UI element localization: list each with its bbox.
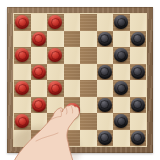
square-r6c4[interactable] <box>80 113 97 130</box>
square-r4c5[interactable] <box>97 80 114 97</box>
square-r2c7[interactable] <box>130 47 147 64</box>
black-piece[interactable] <box>114 48 128 62</box>
square-r3c0[interactable] <box>14 64 31 81</box>
square-r6c1[interactable] <box>31 113 48 130</box>
square-r7c0[interactable] <box>14 130 31 147</box>
checkers-board <box>13 13 147 147</box>
square-r3c2[interactable] <box>47 64 64 81</box>
square-r0c2[interactable] <box>47 14 64 31</box>
square-r1c2[interactable] <box>47 31 64 48</box>
black-piece[interactable] <box>131 131 145 145</box>
square-r1c6[interactable] <box>113 31 130 48</box>
square-r6c6[interactable] <box>113 113 130 130</box>
held-red-piece[interactable] <box>65 103 80 118</box>
black-piece[interactable] <box>98 131 112 145</box>
red-piece[interactable] <box>15 81 29 95</box>
square-r2c0[interactable] <box>14 47 31 64</box>
square-r4c0[interactable] <box>14 80 31 97</box>
square-r0c5[interactable] <box>97 14 114 31</box>
square-r1c3[interactable] <box>64 31 81 48</box>
black-piece[interactable] <box>98 98 112 112</box>
square-r6c5[interactable] <box>97 113 114 130</box>
black-piece[interactable] <box>114 114 128 128</box>
square-r1c5[interactable] <box>97 31 114 48</box>
square-r5c1[interactable] <box>31 97 48 114</box>
square-r7c5[interactable] <box>97 130 114 147</box>
red-piece[interactable] <box>32 32 46 46</box>
red-piece[interactable] <box>15 48 29 62</box>
red-piece[interactable] <box>48 48 62 62</box>
square-r4c4[interactable] <box>80 80 97 97</box>
square-r7c2[interactable] <box>47 130 64 147</box>
square-r3c3[interactable] <box>64 64 81 81</box>
square-r5c5[interactable] <box>97 97 114 114</box>
square-r1c0[interactable] <box>14 31 31 48</box>
square-r7c6[interactable] <box>113 130 130 147</box>
square-r4c6[interactable] <box>113 80 130 97</box>
red-piece[interactable] <box>15 114 29 128</box>
square-r3c7[interactable] <box>130 64 147 81</box>
square-r3c6[interactable] <box>113 64 130 81</box>
square-r4c1[interactable] <box>31 80 48 97</box>
red-piece[interactable] <box>32 65 46 79</box>
product-photo-canvas: { "game": "checkers", "scene": { "descri… <box>0 0 160 160</box>
square-r0c3[interactable] <box>64 14 81 31</box>
red-piece[interactable] <box>48 15 62 29</box>
square-r4c3[interactable] <box>64 80 81 97</box>
square-r2c5[interactable] <box>97 47 114 64</box>
square-r7c7[interactable] <box>130 130 147 147</box>
square-r7c1[interactable] <box>31 130 48 147</box>
square-r7c4[interactable] <box>80 130 97 147</box>
square-r3c1[interactable] <box>31 64 48 81</box>
square-r5c0[interactable] <box>14 97 31 114</box>
black-piece[interactable] <box>114 81 128 95</box>
square-r1c4[interactable] <box>80 31 97 48</box>
square-r5c6[interactable] <box>113 97 130 114</box>
square-r1c1[interactable] <box>31 31 48 48</box>
square-r0c4[interactable] <box>80 14 97 31</box>
black-piece[interactable] <box>131 98 145 112</box>
black-piece[interactable] <box>131 65 145 79</box>
square-r7c3[interactable] <box>64 130 81 147</box>
square-r5c4[interactable] <box>80 97 97 114</box>
square-r0c0[interactable] <box>14 14 31 31</box>
square-r0c1[interactable] <box>31 14 48 31</box>
black-piece[interactable] <box>114 15 128 29</box>
square-r4c2[interactable] <box>47 80 64 97</box>
red-piece[interactable] <box>48 81 62 95</box>
square-r6c0[interactable] <box>14 113 31 130</box>
board-frame <box>7 7 153 153</box>
square-r6c2[interactable] <box>47 113 64 130</box>
square-r3c5[interactable] <box>97 64 114 81</box>
black-piece[interactable] <box>98 65 112 79</box>
square-r2c3[interactable] <box>64 47 81 64</box>
square-r2c4[interactable] <box>80 47 97 64</box>
black-piece[interactable] <box>131 32 145 46</box>
square-r6c7[interactable] <box>130 113 147 130</box>
square-r3c4[interactable] <box>80 64 97 81</box>
red-piece[interactable] <box>15 15 29 29</box>
square-r2c1[interactable] <box>31 47 48 64</box>
square-r0c7[interactable] <box>130 14 147 31</box>
square-r5c7[interactable] <box>130 97 147 114</box>
black-piece[interactable] <box>98 32 112 46</box>
red-piece[interactable] <box>32 98 46 112</box>
square-r4c7[interactable] <box>130 80 147 97</box>
square-r2c2[interactable] <box>47 47 64 64</box>
square-r2c6[interactable] <box>113 47 130 64</box>
square-r1c7[interactable] <box>130 31 147 48</box>
square-r5c2[interactable] <box>47 97 64 114</box>
square-r0c6[interactable] <box>113 14 130 31</box>
